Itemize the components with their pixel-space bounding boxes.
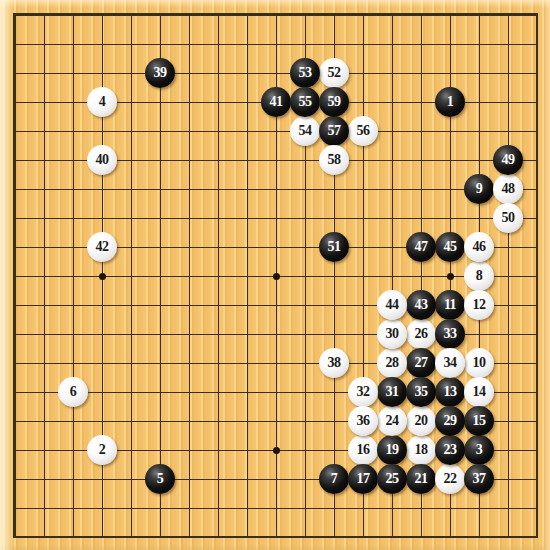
stone-move-number: 13 bbox=[444, 385, 457, 399]
stone-move-number: 24 bbox=[386, 414, 399, 428]
stone-black-9[interactable]: 9 bbox=[464, 174, 494, 204]
stone-white-52[interactable]: 52 bbox=[319, 58, 349, 88]
stone-move-number: 45 bbox=[444, 240, 457, 254]
stone-move-number: 40 bbox=[96, 153, 109, 167]
stone-move-number: 1 bbox=[447, 95, 454, 109]
stone-white-34[interactable]: 34 bbox=[435, 348, 465, 378]
stone-move-number: 49 bbox=[502, 153, 515, 167]
hoshi-point bbox=[99, 273, 106, 280]
stone-black-49[interactable]: 49 bbox=[493, 145, 523, 175]
stone-white-20[interactable]: 20 bbox=[406, 406, 436, 436]
stone-white-48[interactable]: 48 bbox=[493, 174, 523, 204]
stone-move-number: 8 bbox=[476, 269, 483, 283]
stone-black-47[interactable]: 47 bbox=[406, 232, 436, 262]
stone-white-58[interactable]: 58 bbox=[319, 145, 349, 175]
stone-move-number: 51 bbox=[328, 240, 341, 254]
stone-move-number: 47 bbox=[415, 240, 428, 254]
stone-black-35[interactable]: 35 bbox=[406, 377, 436, 407]
stone-move-number: 58 bbox=[328, 153, 341, 167]
stone-white-4[interactable]: 4 bbox=[87, 87, 117, 117]
stone-move-number: 16 bbox=[357, 443, 370, 457]
stone-move-number: 57 bbox=[328, 124, 341, 138]
stone-black-23[interactable]: 23 bbox=[435, 435, 465, 465]
stone-move-number: 2 bbox=[99, 443, 106, 457]
stone-move-number: 29 bbox=[444, 414, 457, 428]
stone-white-8[interactable]: 8 bbox=[464, 261, 494, 291]
stone-move-number: 30 bbox=[386, 327, 399, 341]
stone-move-number: 32 bbox=[357, 385, 370, 399]
stone-move-number: 19 bbox=[386, 443, 399, 457]
stone-move-number: 42 bbox=[96, 240, 109, 254]
stone-move-number: 46 bbox=[473, 240, 486, 254]
stone-white-42[interactable]: 42 bbox=[87, 232, 117, 262]
stone-move-number: 44 bbox=[386, 298, 399, 312]
stone-white-50[interactable]: 50 bbox=[493, 203, 523, 233]
stone-black-1[interactable]: 1 bbox=[435, 87, 465, 117]
stone-move-number: 17 bbox=[357, 472, 370, 486]
stone-move-number: 25 bbox=[386, 472, 399, 486]
go-board-grid[interactable]: 1234567891011121314151617181920212223242… bbox=[1, 1, 550, 550]
stone-white-26[interactable]: 26 bbox=[406, 319, 436, 349]
stone-white-12[interactable]: 12 bbox=[464, 290, 494, 320]
stone-move-number: 18 bbox=[415, 443, 428, 457]
stone-move-number: 59 bbox=[328, 95, 341, 109]
stone-black-31[interactable]: 31 bbox=[377, 377, 407, 407]
stone-white-24[interactable]: 24 bbox=[377, 406, 407, 436]
stone-black-37[interactable]: 37 bbox=[464, 464, 494, 494]
stone-move-number: 11 bbox=[444, 298, 456, 312]
stone-white-6[interactable]: 6 bbox=[58, 377, 88, 407]
stone-black-11[interactable]: 11 bbox=[435, 290, 465, 320]
stone-white-16[interactable]: 16 bbox=[348, 435, 378, 465]
stone-move-number: 38 bbox=[328, 356, 341, 370]
stone-move-number: 33 bbox=[444, 327, 457, 341]
hoshi-point bbox=[447, 273, 454, 280]
stone-white-28[interactable]: 28 bbox=[377, 348, 407, 378]
stone-move-number: 53 bbox=[299, 66, 312, 80]
go-kifu-screenshot: 1234567891011121314151617181920212223242… bbox=[0, 0, 550, 550]
stone-white-14[interactable]: 14 bbox=[464, 377, 494, 407]
stone-white-22[interactable]: 22 bbox=[435, 464, 465, 494]
stone-move-number: 50 bbox=[502, 211, 515, 225]
stone-white-40[interactable]: 40 bbox=[87, 145, 117, 175]
stone-white-46[interactable]: 46 bbox=[464, 232, 494, 262]
stone-white-36[interactable]: 36 bbox=[348, 406, 378, 436]
stone-black-45[interactable]: 45 bbox=[435, 232, 465, 262]
stone-move-number: 6 bbox=[70, 385, 77, 399]
stone-black-17[interactable]: 17 bbox=[348, 464, 378, 494]
stone-white-56[interactable]: 56 bbox=[348, 116, 378, 146]
stone-move-number: 9 bbox=[476, 182, 483, 196]
stone-move-number: 22 bbox=[444, 472, 457, 486]
stone-move-number: 37 bbox=[473, 472, 486, 486]
stone-black-41[interactable]: 41 bbox=[261, 87, 291, 117]
stone-move-number: 27 bbox=[415, 356, 428, 370]
stone-move-number: 4 bbox=[99, 95, 106, 109]
stone-black-13[interactable]: 13 bbox=[435, 377, 465, 407]
stone-black-55[interactable]: 55 bbox=[290, 87, 320, 117]
stone-white-38[interactable]: 38 bbox=[319, 348, 349, 378]
stone-move-number: 34 bbox=[444, 356, 457, 370]
stone-move-number: 39 bbox=[154, 66, 167, 80]
stone-black-33[interactable]: 33 bbox=[435, 319, 465, 349]
stone-move-number: 12 bbox=[473, 298, 486, 312]
stone-black-53[interactable]: 53 bbox=[290, 58, 320, 88]
stone-move-number: 28 bbox=[386, 356, 399, 370]
stone-black-57[interactable]: 57 bbox=[319, 116, 349, 146]
stone-move-number: 14 bbox=[473, 385, 486, 399]
stone-black-21[interactable]: 21 bbox=[406, 464, 436, 494]
stone-black-43[interactable]: 43 bbox=[406, 290, 436, 320]
stone-move-number: 23 bbox=[444, 443, 457, 457]
stone-move-number: 5 bbox=[157, 472, 164, 486]
hoshi-point bbox=[273, 273, 280, 280]
stone-black-19[interactable]: 19 bbox=[377, 435, 407, 465]
stone-black-25[interactable]: 25 bbox=[377, 464, 407, 494]
hoshi-point bbox=[273, 447, 280, 454]
stone-move-number: 52 bbox=[328, 66, 341, 80]
stone-black-15[interactable]: 15 bbox=[464, 406, 494, 436]
stone-white-18[interactable]: 18 bbox=[406, 435, 436, 465]
stone-move-number: 26 bbox=[415, 327, 428, 341]
stone-move-number: 7 bbox=[331, 472, 338, 486]
stone-move-number: 54 bbox=[299, 124, 312, 138]
stone-move-number: 48 bbox=[502, 182, 515, 196]
stone-black-51[interactable]: 51 bbox=[319, 232, 349, 262]
stone-white-10[interactable]: 10 bbox=[464, 348, 494, 378]
stone-move-number: 36 bbox=[357, 414, 370, 428]
stone-black-5[interactable]: 5 bbox=[145, 464, 175, 494]
stone-black-3[interactable]: 3 bbox=[464, 435, 494, 465]
stone-move-number: 21 bbox=[415, 472, 428, 486]
stone-black-27[interactable]: 27 bbox=[406, 348, 436, 378]
stone-move-number: 56 bbox=[357, 124, 370, 138]
stone-white-2[interactable]: 2 bbox=[87, 435, 117, 465]
stone-move-number: 41 bbox=[270, 95, 283, 109]
stone-move-number: 3 bbox=[476, 443, 483, 457]
stone-move-number: 35 bbox=[415, 385, 428, 399]
stone-move-number: 43 bbox=[415, 298, 428, 312]
stone-move-number: 10 bbox=[473, 356, 486, 370]
stone-black-39[interactable]: 39 bbox=[145, 58, 175, 88]
stone-white-30[interactable]: 30 bbox=[377, 319, 407, 349]
stone-black-7[interactable]: 7 bbox=[319, 464, 349, 494]
stone-move-number: 55 bbox=[299, 95, 312, 109]
stone-move-number: 15 bbox=[473, 414, 486, 428]
go-board[interactable]: 1234567891011121314151617181920212223242… bbox=[0, 0, 550, 550]
stone-move-number: 20 bbox=[415, 414, 428, 428]
stone-white-54[interactable]: 54 bbox=[290, 116, 320, 146]
stone-white-44[interactable]: 44 bbox=[377, 290, 407, 320]
stone-black-59[interactable]: 59 bbox=[319, 87, 349, 117]
stone-black-29[interactable]: 29 bbox=[435, 406, 465, 436]
stone-move-number: 31 bbox=[386, 385, 399, 399]
stone-white-32[interactable]: 32 bbox=[348, 377, 378, 407]
